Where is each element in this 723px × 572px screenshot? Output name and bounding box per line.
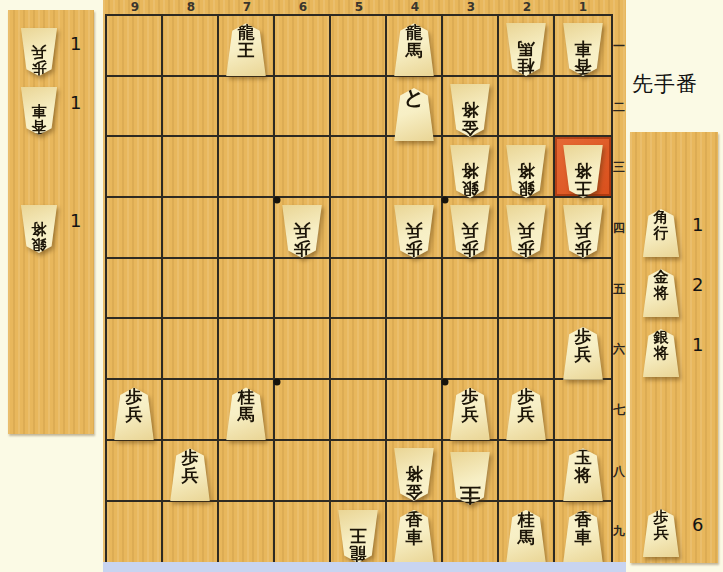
sente-hand-tray: 角行1金将2銀将1歩兵6 bbox=[630, 132, 718, 563]
hand-count: 1 bbox=[70, 79, 81, 127]
piece-kanji: 馬 bbox=[503, 40, 549, 58]
piece-kanji: と bbox=[391, 88, 437, 106]
piece-kanji: 兵 bbox=[111, 405, 157, 423]
board-cell[interactable] bbox=[387, 380, 443, 441]
shogi-piece[interactable]: 歩兵 bbox=[167, 439, 213, 501]
shogi-piece[interactable]: 玉将 bbox=[560, 439, 606, 501]
shogi-piece[interactable]: 金将 bbox=[640, 261, 682, 317]
rank-label: 四 bbox=[612, 198, 626, 259]
board-cell[interactable] bbox=[163, 16, 219, 77]
piece-kanji: 龍 bbox=[391, 23, 437, 41]
board-cell[interactable] bbox=[107, 441, 163, 502]
piece-kanji: 歩 bbox=[640, 509, 682, 525]
shogi-piece[interactable]: 桂馬 bbox=[503, 501, 549, 563]
sente-lance-piece: 香車 bbox=[391, 510, 437, 563]
shogi-piece[interactable]: 歩兵 bbox=[503, 196, 549, 258]
hand-count: 1 bbox=[692, 201, 703, 249]
shogi-piece[interactable]: 桂馬 bbox=[223, 378, 269, 440]
piece-kanji: 行 bbox=[640, 225, 682, 241]
hand-count: 2 bbox=[692, 261, 703, 309]
gote-lance-piece: 香車 bbox=[18, 87, 60, 135]
board-cell[interactable]: 銀将 bbox=[499, 137, 555, 198]
piece-kanji: 歩 bbox=[167, 448, 213, 466]
sente-pawn-piece: 歩兵 bbox=[560, 327, 606, 380]
board-cell[interactable]: 香車 bbox=[387, 502, 443, 563]
piece-kanji: 兵 bbox=[391, 222, 437, 240]
board-cell[interactable] bbox=[107, 198, 163, 259]
star-point bbox=[442, 379, 449, 386]
board: 龍王龍馬桂馬香車と金将銀将銀将王将歩兵歩兵歩兵歩兵歩兵歩兵歩兵桂馬歩兵歩兵歩兵金… bbox=[105, 14, 613, 564]
file-label: 4 bbox=[387, 0, 443, 14]
shogi-piece[interactable]: 龍王 bbox=[223, 14, 269, 76]
board-cell[interactable]: 歩兵 bbox=[443, 380, 499, 441]
sente-king-piece: 玉将 bbox=[560, 448, 606, 501]
board-cell[interactable] bbox=[275, 259, 331, 320]
piece-kanji: 龍 bbox=[335, 545, 381, 563]
board-cell[interactable]: 歩兵 bbox=[387, 198, 443, 259]
sente-pawn-piece: 歩兵 bbox=[640, 509, 682, 557]
board-cell[interactable]: 香車 bbox=[555, 502, 611, 563]
board-cell[interactable] bbox=[163, 198, 219, 259]
shogi-piece[interactable]: 龍王 bbox=[335, 501, 381, 563]
board-cell[interactable]: 金将 bbox=[443, 77, 499, 138]
board-cell[interactable]: 龍王 bbox=[219, 16, 275, 77]
file-label: 2 bbox=[499, 0, 555, 14]
board-cell[interactable]: 歩兵 bbox=[163, 441, 219, 502]
hand-count: 6 bbox=[692, 501, 703, 549]
shogi-piece[interactable]: 香車 bbox=[560, 14, 606, 76]
board-cell[interactable] bbox=[107, 77, 163, 138]
piece-kanji: 車 bbox=[391, 528, 437, 546]
piece-kanji: 王 bbox=[560, 180, 606, 198]
board-cell[interactable] bbox=[387, 319, 443, 380]
board-cell[interactable] bbox=[387, 137, 443, 198]
file-label: 5 bbox=[331, 0, 387, 14]
board-cell[interactable] bbox=[219, 502, 275, 563]
piece-kanji: 金 bbox=[391, 483, 437, 501]
board-cell[interactable] bbox=[331, 441, 387, 502]
shogi-piece[interactable]: 角行 bbox=[640, 201, 682, 257]
star-point bbox=[442, 197, 449, 204]
piece-kanji: 将 bbox=[560, 162, 606, 180]
board-cell[interactable] bbox=[331, 259, 387, 320]
sente-promoted-bishop-piece: 龍馬 bbox=[391, 23, 437, 76]
board-cell[interactable]: 歩兵 bbox=[499, 198, 555, 259]
shogi-piece[interactable]: 歩兵 bbox=[640, 501, 682, 557]
gote-pawn-piece: 歩兵 bbox=[18, 28, 60, 76]
shogi-piece[interactable]: 金将 bbox=[391, 439, 437, 501]
piece-kanji: 兵 bbox=[447, 405, 493, 423]
shogi-piece[interactable]: 歩兵 bbox=[391, 196, 437, 258]
piece-kanji: 兵 bbox=[279, 222, 325, 240]
board-cell[interactable] bbox=[219, 198, 275, 259]
piece-kanji: 歩 bbox=[111, 387, 157, 405]
sente-lance-piece: 香車 bbox=[560, 510, 606, 563]
board-cell[interactable] bbox=[555, 259, 611, 320]
sente-pawn-piece: 歩兵 bbox=[447, 387, 493, 440]
gote-silver-piece: 銀将 bbox=[18, 205, 60, 253]
board-cell[interactable] bbox=[219, 137, 275, 198]
piece-kanji: 将 bbox=[503, 162, 549, 180]
gote-pawn-piece: 歩兵 bbox=[560, 205, 606, 258]
sente-knight-piece: 桂馬 bbox=[503, 510, 549, 563]
piece-kanji: 馬 bbox=[503, 528, 549, 546]
gote-gold-piece: 金将 bbox=[391, 448, 437, 501]
shogi-piece[interactable]: 桂馬 bbox=[503, 14, 549, 76]
piece-kanji: 金 bbox=[447, 119, 493, 137]
piece-kanji: 車 bbox=[560, 40, 606, 58]
rank-label: 二 bbox=[612, 77, 626, 138]
board-panel: 987654321 龍王龍馬桂馬香車と金将銀将銀将王将歩兵歩兵歩兵歩兵歩兵歩兵歩… bbox=[103, 0, 626, 562]
board-cell[interactable]: 歩兵 bbox=[275, 198, 331, 259]
sente-gold-piece: 金将 bbox=[640, 269, 682, 317]
board-cell[interactable] bbox=[163, 502, 219, 563]
shogi-piece[interactable]: 歩兵 bbox=[503, 378, 549, 440]
piece-kanji: 将 bbox=[560, 466, 606, 484]
board-cell[interactable] bbox=[555, 77, 611, 138]
gote-silver-piece: 銀将 bbox=[447, 145, 493, 198]
gote-pawn-piece: 歩兵 bbox=[279, 205, 325, 258]
piece-kanji: 王 bbox=[223, 41, 269, 59]
sente-promoted-rook-piece: 龍王 bbox=[223, 23, 269, 76]
board-cell[interactable]: 龍王 bbox=[331, 502, 387, 563]
gote-hand-tray: 歩兵1香車1銀将1 bbox=[8, 10, 94, 434]
board-cell[interactable]: 龍馬 bbox=[387, 16, 443, 77]
piece-kanji: 桂 bbox=[503, 58, 549, 76]
rank-label: 五 bbox=[612, 259, 626, 320]
board-cell[interactable] bbox=[275, 16, 331, 77]
piece-kanji: 龍 bbox=[223, 23, 269, 41]
piece-kanji: 兵 bbox=[560, 345, 606, 363]
piece-kanji: 兵 bbox=[503, 405, 549, 423]
piece-kanji: 将 bbox=[447, 162, 493, 180]
board-cell[interactable] bbox=[443, 259, 499, 320]
board-cell[interactable]: 桂馬 bbox=[219, 380, 275, 441]
hand-count: 1 bbox=[70, 20, 81, 68]
piece-kanji: 歩 bbox=[447, 387, 493, 405]
gote-gold-piece: 金将 bbox=[447, 84, 493, 137]
shogi-piece[interactable]: 香車 bbox=[391, 501, 437, 563]
file-label: 1 bbox=[555, 0, 611, 14]
piece-kanji: 歩 bbox=[279, 240, 325, 258]
piece-kanji: 歩 bbox=[18, 60, 60, 76]
hand-count: 1 bbox=[692, 321, 703, 369]
shogi-piece[interactable]: 龍馬 bbox=[391, 14, 437, 76]
piece-kanji: 車 bbox=[560, 528, 606, 546]
piece-kanji: 桂 bbox=[503, 510, 549, 528]
gote-king-piece: 王将 bbox=[560, 145, 606, 198]
sente-silver-piece: 銀将 bbox=[640, 329, 682, 377]
piece-kanji: 香 bbox=[560, 58, 606, 76]
gote-pawn-piece: 歩兵 bbox=[391, 205, 437, 258]
file-labels: 987654321 bbox=[107, 0, 611, 14]
shogi-piece[interactable]: 銀将 bbox=[447, 136, 493, 198]
shogi-piece[interactable]: 歩兵 bbox=[279, 196, 325, 258]
gote-promoted-rook-piece: 龍王 bbox=[335, 510, 381, 563]
piece-kanji: 歩 bbox=[447, 240, 493, 258]
rank-label: 六 bbox=[612, 319, 626, 380]
board-cell[interactable]: 歩兵 bbox=[443, 198, 499, 259]
board-cell[interactable] bbox=[499, 259, 555, 320]
shogi-piece[interactable]: 歩兵 bbox=[560, 318, 606, 380]
board-cell[interactable] bbox=[219, 319, 275, 380]
piece-kanji: 将 bbox=[447, 101, 493, 119]
piece-kanji: 馬 bbox=[391, 41, 437, 59]
star-point bbox=[274, 379, 281, 386]
board-cell-last-move[interactable]: 王将 bbox=[555, 137, 611, 198]
board-cell[interactable]: 桂馬 bbox=[499, 502, 555, 563]
piece-kanji: 歩 bbox=[560, 327, 606, 345]
board-cell[interactable]: 桂馬 bbox=[499, 16, 555, 77]
board-cell[interactable]: 歩兵 bbox=[107, 380, 163, 441]
board-cell[interactable]: 歩兵 bbox=[499, 380, 555, 441]
piece-kanji: 歩 bbox=[503, 240, 549, 258]
piece-kanji: 銀 bbox=[503, 180, 549, 198]
piece-kanji: 将 bbox=[640, 345, 682, 361]
shogi-piece[interactable]: 歩兵 bbox=[560, 196, 606, 258]
piece-kanji: 兵 bbox=[18, 44, 60, 60]
sente-pawn-piece: 歩兵 bbox=[503, 387, 549, 440]
board-cell[interactable] bbox=[163, 319, 219, 380]
board-cell[interactable] bbox=[331, 77, 387, 138]
shogi-app: { "game": "shogi", "position": { "sfen":… bbox=[0, 0, 723, 572]
board-cell[interactable] bbox=[443, 502, 499, 563]
piece-kanji: 香 bbox=[391, 510, 437, 528]
piece-kanji: 歩 bbox=[560, 240, 606, 258]
board-cell[interactable] bbox=[275, 502, 331, 563]
file-label: 9 bbox=[107, 0, 163, 14]
gote-knight-piece: 桂馬 bbox=[503, 23, 549, 76]
gote-pawn-piece: 歩兵 bbox=[447, 205, 493, 258]
rank-label: 三 bbox=[612, 137, 626, 198]
board-cell[interactable] bbox=[219, 441, 275, 502]
sente-bishop-piece: 角行 bbox=[640, 209, 682, 257]
bottom-strip bbox=[103, 562, 626, 572]
piece-kanji: 車 bbox=[18, 103, 60, 119]
sente-tokin-piece: と bbox=[391, 88, 437, 141]
piece-kanji: 将 bbox=[640, 285, 682, 301]
piece-kanji: 馬 bbox=[223, 405, 269, 423]
star-point bbox=[274, 197, 281, 204]
shogi-piece[interactable]: 金将 bbox=[447, 75, 493, 137]
board-cell[interactable] bbox=[331, 137, 387, 198]
piece-kanji: 歩 bbox=[503, 387, 549, 405]
board-cell[interactable] bbox=[555, 380, 611, 441]
board-cell[interactable] bbox=[107, 259, 163, 320]
piece-kanji: 兵 bbox=[640, 525, 682, 541]
board-cell[interactable]: 歩兵 bbox=[555, 198, 611, 259]
board-cell[interactable] bbox=[163, 137, 219, 198]
file-label: 7 bbox=[219, 0, 275, 14]
board-cell[interactable] bbox=[107, 137, 163, 198]
piece-kanji: 兵 bbox=[447, 222, 493, 240]
board-cell[interactable] bbox=[107, 502, 163, 563]
board-cell[interactable] bbox=[331, 198, 387, 259]
board-cell[interactable] bbox=[387, 259, 443, 320]
board-cell[interactable] bbox=[275, 137, 331, 198]
gote-pawn-piece: 歩兵 bbox=[503, 205, 549, 258]
shogi-piece[interactable]: 歩兵 bbox=[18, 20, 60, 76]
board-cell[interactable] bbox=[163, 259, 219, 320]
shogi-piece[interactable]: 香車 bbox=[18, 79, 60, 135]
rank-label: 七 bbox=[612, 380, 626, 441]
piece-kanji: 玉 bbox=[560, 448, 606, 466]
board-cell[interactable] bbox=[331, 16, 387, 77]
board-cell[interactable] bbox=[219, 77, 275, 138]
piece-kanji: 歩 bbox=[391, 240, 437, 258]
board-cell[interactable] bbox=[107, 16, 163, 77]
shogi-piece[interactable]: 歩兵 bbox=[447, 378, 493, 440]
rank-label: 一 bbox=[612, 16, 626, 77]
piece-kanji: 銀 bbox=[18, 237, 60, 253]
board-cell[interactable] bbox=[443, 16, 499, 77]
board-cell[interactable]: と bbox=[387, 77, 443, 138]
board-cell[interactable] bbox=[331, 380, 387, 441]
file-label: 6 bbox=[275, 0, 331, 14]
shogi-piece[interactable]: 銀将 bbox=[18, 197, 60, 253]
board-cell[interactable]: 歩兵 bbox=[555, 319, 611, 380]
shogi-piece[interactable]: 歩兵 bbox=[447, 196, 493, 258]
board-cell[interactable] bbox=[275, 319, 331, 380]
rank-label: 九 bbox=[612, 502, 626, 563]
board-cell[interactable] bbox=[443, 319, 499, 380]
sente-pawn-piece: 歩兵 bbox=[167, 448, 213, 501]
shogi-piece[interactable]: 銀将 bbox=[503, 136, 549, 198]
piece-kanji: 兵 bbox=[503, 222, 549, 240]
board-cell[interactable] bbox=[499, 319, 555, 380]
sente-pawn-piece: 歩兵 bbox=[111, 387, 157, 440]
piece-kanji: 角 bbox=[640, 209, 682, 225]
board-cell[interactable]: 玉将 bbox=[555, 441, 611, 502]
board-cell[interactable] bbox=[499, 441, 555, 502]
board-cell[interactable] bbox=[219, 259, 275, 320]
shogi-piece[interactable]: 香車 bbox=[560, 501, 606, 563]
board-cell[interactable] bbox=[163, 380, 219, 441]
sente-knight-piece: 桂馬 bbox=[223, 387, 269, 440]
rank-label: 八 bbox=[612, 441, 626, 502]
board-cell[interactable]: 香車 bbox=[555, 16, 611, 77]
shogi-piece[interactable]: 歩兵 bbox=[111, 378, 157, 440]
board-cell[interactable]: 圭 bbox=[443, 441, 499, 502]
hand-count: 1 bbox=[70, 197, 81, 245]
piece-kanji: 兵 bbox=[560, 222, 606, 240]
gote-lance-piece: 香車 bbox=[560, 23, 606, 76]
piece-kanji: 将 bbox=[18, 221, 60, 237]
board-cell[interactable] bbox=[275, 380, 331, 441]
piece-kanji: 将 bbox=[391, 465, 437, 483]
turn-indicator: 先手番 bbox=[632, 70, 698, 98]
piece-kanji: 銀 bbox=[640, 329, 682, 345]
board-cell[interactable] bbox=[275, 441, 331, 502]
piece-kanji: 金 bbox=[640, 269, 682, 285]
gote-promoted-knight-piece: 圭 bbox=[447, 452, 493, 505]
rank-labels: 一二三四五六七八九 bbox=[612, 16, 626, 562]
gote-silver-piece: 銀将 bbox=[503, 145, 549, 198]
piece-kanji: 王 bbox=[335, 527, 381, 545]
board-cell[interactable] bbox=[163, 77, 219, 138]
board-cell[interactable] bbox=[275, 77, 331, 138]
shogi-piece[interactable]: 圭 bbox=[447, 435, 493, 505]
piece-kanji: 兵 bbox=[167, 466, 213, 484]
shogi-piece[interactable]: と bbox=[391, 71, 437, 141]
piece-kanji: 香 bbox=[560, 510, 606, 528]
board-cell[interactable]: 銀将 bbox=[443, 137, 499, 198]
file-label: 8 bbox=[163, 0, 219, 14]
shogi-piece[interactable]: 王将 bbox=[560, 136, 606, 198]
piece-kanji: 銀 bbox=[447, 180, 493, 198]
piece-kanji: 香 bbox=[18, 119, 60, 135]
board-cell[interactable] bbox=[107, 319, 163, 380]
board-cell[interactable] bbox=[331, 319, 387, 380]
board-cell[interactable]: 金将 bbox=[387, 441, 443, 502]
shogi-piece[interactable]: 銀将 bbox=[640, 321, 682, 377]
board-cell[interactable] bbox=[499, 77, 555, 138]
file-label: 3 bbox=[443, 0, 499, 14]
piece-kanji: 桂 bbox=[223, 387, 269, 405]
